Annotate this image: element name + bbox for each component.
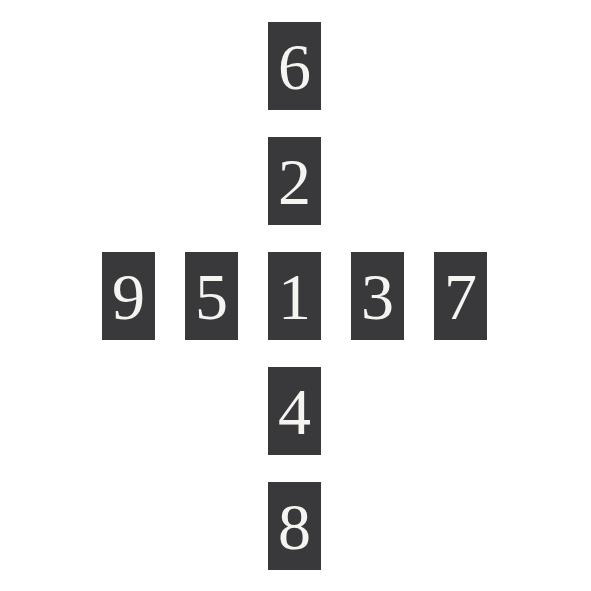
number-tile-r2c1[interactable]: 5 [185, 252, 238, 340]
number-tile-r0c2[interactable]: 6 [268, 22, 321, 110]
tile-digit: 2 [278, 149, 311, 215]
number-tile-r2c0[interactable]: 9 [102, 252, 155, 340]
tile-digit: 3 [361, 264, 394, 330]
number-tile-r1c2[interactable]: 2 [268, 137, 321, 225]
puzzle-canvas: 629513748 [0, 0, 591, 591]
number-tile-r4c2[interactable]: 8 [268, 482, 321, 570]
tile-digit: 4 [278, 379, 311, 445]
number-tile-r2c2[interactable]: 1 [268, 252, 321, 340]
tile-digit: 5 [195, 264, 228, 330]
tile-digit: 1 [278, 264, 311, 330]
tile-digit: 9 [112, 264, 145, 330]
number-tile-r2c4[interactable]: 7 [434, 252, 487, 340]
tile-digit: 6 [278, 34, 311, 100]
number-tile-r3c2[interactable]: 4 [268, 367, 321, 455]
number-cross-board: 629513748 [102, 22, 487, 570]
tile-digit: 8 [278, 494, 311, 560]
number-tile-r2c3[interactable]: 3 [351, 252, 404, 340]
tile-digit: 7 [444, 264, 477, 330]
